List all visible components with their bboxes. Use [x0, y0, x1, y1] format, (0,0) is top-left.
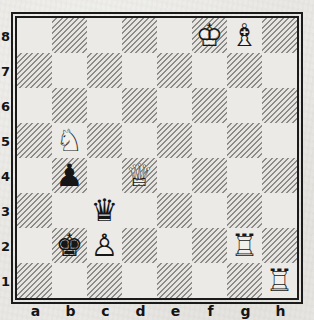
- square-c7[interactable]: [87, 53, 122, 88]
- square-a6[interactable]: [17, 88, 52, 123]
- file-labels: abcdefgh: [18, 303, 298, 319]
- white-rook: ♖: [262, 263, 297, 298]
- square-a3[interactable]: [17, 193, 52, 228]
- file-label-d: d: [123, 303, 158, 319]
- square-g2[interactable]: ♜♖: [227, 228, 262, 263]
- square-e2[interactable]: [157, 228, 192, 263]
- square-f2[interactable]: [192, 228, 227, 263]
- white-king: ♔: [192, 18, 227, 53]
- chess-diagram: 87654321 ♚♔♝♗♞♘♟♛♕♛♚♟♙♜♖♜♖ abcdefgh: [0, 0, 314, 320]
- square-c1[interactable]: [87, 263, 122, 298]
- square-a1[interactable]: [17, 263, 52, 298]
- square-g5[interactable]: [227, 123, 262, 158]
- square-f3[interactable]: [192, 193, 227, 228]
- square-d8[interactable]: [122, 18, 157, 53]
- square-g4[interactable]: [227, 158, 262, 193]
- white-knight: ♘: [52, 123, 87, 158]
- file-label-g: g: [228, 303, 263, 319]
- white-bishop: ♗: [227, 18, 262, 53]
- square-b4[interactable]: ♟: [52, 158, 87, 193]
- square-b3[interactable]: [52, 193, 87, 228]
- square-c4[interactable]: [87, 158, 122, 193]
- square-b2[interactable]: ♚: [52, 228, 87, 263]
- rank-labels: 87654321: [0, 19, 11, 299]
- square-d6[interactable]: [122, 88, 157, 123]
- black-pawn: ♟: [52, 158, 87, 193]
- square-b6[interactable]: [52, 88, 87, 123]
- white-pawn: ♙: [87, 228, 122, 263]
- rank-label-4: 4: [0, 159, 11, 194]
- square-c2[interactable]: ♟♙: [87, 228, 122, 263]
- square-c5[interactable]: [87, 123, 122, 158]
- rank-label-1: 1: [0, 264, 11, 299]
- square-h4[interactable]: [262, 158, 297, 193]
- square-h7[interactable]: [262, 53, 297, 88]
- board-frame: ♚♔♝♗♞♘♟♛♕♛♚♟♙♜♖♜♖: [11, 12, 303, 304]
- square-g3[interactable]: [227, 193, 262, 228]
- square-a4[interactable]: [17, 158, 52, 193]
- square-e3[interactable]: [157, 193, 192, 228]
- square-b7[interactable]: [52, 53, 87, 88]
- black-king: ♚: [52, 228, 87, 263]
- square-b5[interactable]: ♞♘: [52, 123, 87, 158]
- square-d1[interactable]: [122, 263, 157, 298]
- rank-label-2: 2: [0, 229, 11, 264]
- rank-label-8: 8: [0, 19, 11, 54]
- square-b8[interactable]: [52, 18, 87, 53]
- square-c3[interactable]: ♛: [87, 193, 122, 228]
- square-b1[interactable]: [52, 263, 87, 298]
- square-d5[interactable]: [122, 123, 157, 158]
- file-label-e: e: [158, 303, 193, 319]
- square-e7[interactable]: [157, 53, 192, 88]
- square-h1[interactable]: ♜♖: [262, 263, 297, 298]
- square-e6[interactable]: [157, 88, 192, 123]
- file-label-h: h: [263, 303, 298, 319]
- square-f5[interactable]: [192, 123, 227, 158]
- square-g1[interactable]: [227, 263, 262, 298]
- square-g7[interactable]: [227, 53, 262, 88]
- square-a7[interactable]: [17, 53, 52, 88]
- rank-label-5: 5: [0, 124, 11, 159]
- file-label-a: a: [18, 303, 53, 319]
- square-c6[interactable]: [87, 88, 122, 123]
- square-c8[interactable]: [87, 18, 122, 53]
- file-label-f: f: [193, 303, 228, 319]
- square-a2[interactable]: [17, 228, 52, 263]
- square-f8[interactable]: ♚♔: [192, 18, 227, 53]
- square-f6[interactable]: [192, 88, 227, 123]
- square-d2[interactable]: [122, 228, 157, 263]
- square-h3[interactable]: [262, 193, 297, 228]
- square-e8[interactable]: [157, 18, 192, 53]
- black-queen: ♛: [87, 193, 122, 228]
- rank-label-7: 7: [0, 54, 11, 89]
- white-rook: ♖: [227, 228, 262, 263]
- square-a5[interactable]: [17, 123, 52, 158]
- square-d3[interactable]: [122, 193, 157, 228]
- square-g6[interactable]: [227, 88, 262, 123]
- chess-board: ♚♔♝♗♞♘♟♛♕♛♚♟♙♜♖♜♖: [17, 18, 297, 298]
- square-d4[interactable]: ♛♕: [122, 158, 157, 193]
- file-label-c: c: [88, 303, 123, 319]
- rank-label-3: 3: [0, 194, 11, 229]
- square-f7[interactable]: [192, 53, 227, 88]
- rank-label-6: 6: [0, 89, 11, 124]
- square-e1[interactable]: [157, 263, 192, 298]
- square-h8[interactable]: [262, 18, 297, 53]
- square-f1[interactable]: [192, 263, 227, 298]
- square-d7[interactable]: [122, 53, 157, 88]
- square-h6[interactable]: [262, 88, 297, 123]
- square-f4[interactable]: [192, 158, 227, 193]
- square-h5[interactable]: [262, 123, 297, 158]
- square-e5[interactable]: [157, 123, 192, 158]
- square-e4[interactable]: [157, 158, 192, 193]
- square-g8[interactable]: ♝♗: [227, 18, 262, 53]
- square-h2[interactable]: [262, 228, 297, 263]
- file-label-b: b: [53, 303, 88, 319]
- square-a8[interactable]: [17, 18, 52, 53]
- white-queen: ♕: [122, 158, 157, 193]
